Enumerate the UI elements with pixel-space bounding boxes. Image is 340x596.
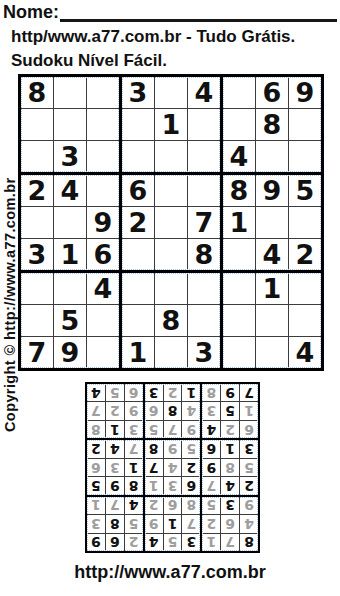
cell-r5c7: 1 (125, 459, 143, 476)
cell-r9c6[interactable]: 3 (188, 337, 220, 368)
cell-r6c4[interactable] (122, 239, 154, 270)
cell-r3c3[interactable] (87, 141, 119, 172)
cell-r1c4[interactable]: 3 (122, 77, 154, 108)
cell-r1c9: 9 (87, 534, 105, 551)
cell-r8c5: 8 (164, 402, 182, 419)
cell-r7c3: 4 (202, 421, 220, 438)
cell-r6c2[interactable]: 1 (54, 239, 86, 270)
cell-r1c7: 2 (125, 534, 143, 551)
cell-r4c7: 8 (125, 477, 143, 494)
cell-r4c5: 3 (164, 477, 182, 494)
sudoku-box-4: 247589316 (202, 440, 258, 494)
sudoku-box-6: 895136742 (87, 440, 143, 494)
cell-r3c5[interactable] (155, 141, 187, 172)
cell-r9c4: 1 (182, 384, 200, 401)
cell-r3c9: 1 (87, 497, 105, 514)
cell-r5c2[interactable] (54, 207, 86, 238)
cell-r5c8[interactable] (256, 207, 288, 238)
cell-r7c1[interactable] (21, 273, 53, 304)
cell-r1c3: 1 (202, 534, 220, 551)
cell-r8c2[interactable]: 5 (54, 305, 86, 336)
cell-r7c1: 6 (240, 421, 258, 438)
cell-r4c4[interactable]: 6 (122, 175, 154, 206)
cell-r3c1[interactable] (21, 141, 53, 172)
cell-r1c2: 7 (221, 534, 239, 551)
cell-r7c2: 2 (221, 421, 239, 438)
cell-r9c1: 7 (240, 384, 258, 401)
cell-r4c6: 1 (145, 477, 163, 494)
cell-r2c9: 3 (87, 515, 105, 532)
cell-r9c4[interactable]: 1 (122, 337, 154, 368)
cell-r3c2[interactable]: 3 (54, 141, 86, 172)
cell-r8c6: 6 (145, 402, 163, 419)
cell-r5c2: 8 (221, 459, 239, 476)
cell-r3c9[interactable] (289, 141, 321, 172)
cell-r7c9: 8 (87, 421, 105, 438)
cell-r7c4[interactable] (122, 273, 154, 304)
cell-r1c5[interactable] (155, 77, 187, 108)
sudoku-box-7: 4579 (21, 273, 119, 368)
cell-r4c3: 7 (202, 477, 220, 494)
cell-r2c2: 6 (221, 515, 239, 532)
cell-r8c4[interactable] (122, 305, 154, 336)
cell-r3c1: 9 (240, 497, 258, 514)
cell-r4c7[interactable]: 8 (223, 175, 255, 206)
cell-r9c1[interactable]: 7 (21, 337, 53, 368)
cell-r6c2: 1 (221, 440, 239, 457)
cell-r3c2: 3 (221, 497, 239, 514)
cell-r5c1: 5 (240, 459, 258, 476)
cell-r1c8: 6 (106, 534, 124, 551)
cell-r8c8[interactable] (256, 305, 288, 336)
cell-r1c5: 5 (164, 534, 182, 551)
sudoku-box-8: 813 (122, 273, 220, 368)
sudoku-box-4: 249316 (21, 175, 119, 270)
cell-r1c2[interactable] (54, 77, 86, 108)
cell-r2c1[interactable] (21, 109, 53, 140)
cell-r1c1: 8 (240, 534, 258, 551)
site-header-text: http/www.a77.com.br - Tudo Grátis. (11, 27, 295, 47)
sudoku-box-9: 14 (223, 273, 321, 368)
cell-r7c9[interactable] (289, 273, 321, 304)
cell-r2c4: 7 (182, 515, 200, 532)
cell-r1c4: 3 (182, 534, 200, 551)
sudoku-box-6: 895142 (223, 175, 321, 270)
sudoku-box-3: 269583471 (87, 497, 143, 551)
cell-r2c7[interactable] (223, 109, 255, 140)
cell-r6c8[interactable]: 4 (256, 239, 288, 270)
cell-r6c1: 3 (240, 440, 258, 457)
cell-r6c5[interactable] (155, 239, 187, 270)
cell-r2c1: 4 (240, 515, 258, 532)
cell-r4c4: 6 (182, 477, 200, 494)
cell-r2c8[interactable]: 8 (256, 109, 288, 140)
cell-r8c8: 2 (106, 402, 124, 419)
sudoku-box-1: 83 (21, 77, 119, 172)
cell-r7c8[interactable]: 1 (256, 273, 288, 304)
cell-r9c3[interactable] (87, 337, 119, 368)
cell-r1c6[interactable]: 4 (188, 77, 220, 108)
cell-r6c5: 9 (164, 440, 182, 457)
cell-r2c6[interactable] (188, 109, 220, 140)
cell-r1c7[interactable] (223, 77, 255, 108)
cell-r3c8: 7 (106, 497, 124, 514)
puzzle-grid: 8334169842493166278895142457981314 (18, 74, 324, 371)
cell-r3c6: 2 (145, 497, 163, 514)
cell-r6c4: 5 (182, 440, 200, 457)
cell-r9c2[interactable]: 9 (54, 337, 86, 368)
cell-r5c4[interactable]: 2 (122, 207, 154, 238)
cell-r8c1: 1 (240, 402, 258, 419)
cell-r8c9[interactable] (289, 305, 321, 336)
cell-r5c3: 9 (202, 459, 220, 476)
vertical-copyright-text: Copyright © http://www.a77.com.br (2, 92, 18, 432)
cell-r3c5: 6 (164, 497, 182, 514)
sudoku-worksheet-page: Nome: http/www.a77.com.br - Tudo Grátis.… (0, 0, 340, 596)
cell-r6c1[interactable]: 3 (21, 239, 53, 270)
cell-r6c9[interactable]: 2 (289, 239, 321, 270)
cell-r5c9[interactable] (289, 207, 321, 238)
cell-r5c3[interactable]: 9 (87, 207, 119, 238)
cell-r9c8[interactable] (256, 337, 288, 368)
cell-r9c9[interactable]: 4 (289, 337, 321, 368)
cell-r7c7[interactable] (223, 273, 255, 304)
cell-r7c6: 5 (145, 421, 163, 438)
cell-r8c5[interactable]: 8 (155, 305, 187, 336)
cell-r5c9: 6 (87, 459, 105, 476)
cell-r5c5[interactable] (155, 207, 187, 238)
cell-r4c9[interactable]: 5 (289, 175, 321, 206)
cell-r6c8: 4 (106, 440, 124, 457)
cell-r4c2: 4 (221, 477, 239, 494)
cell-r1c1[interactable]: 8 (21, 77, 53, 108)
cell-r4c1: 2 (240, 477, 258, 494)
cell-r2c4[interactable] (122, 109, 154, 140)
cell-r2c2[interactable] (54, 109, 86, 140)
cell-r6c7: 7 (125, 440, 143, 457)
cell-r5c5: 4 (164, 459, 182, 476)
name-row: Nome: (3, 2, 337, 24)
cell-r8c7: 9 (125, 402, 143, 419)
cell-r6c3[interactable]: 6 (87, 239, 119, 270)
cell-r5c4: 2 (182, 459, 200, 476)
cell-r5c6: 7 (145, 459, 163, 476)
cell-r2c5[interactable]: 1 (155, 109, 187, 140)
cell-r4c8[interactable]: 9 (256, 175, 288, 206)
cell-r8c7[interactable] (223, 305, 255, 336)
cell-r4c8: 9 (106, 477, 124, 494)
cell-r9c8: 5 (106, 384, 124, 401)
cell-r8c4: 4 (182, 402, 200, 419)
cell-r9c7: 6 (125, 384, 143, 401)
cell-r7c4: 9 (182, 421, 200, 438)
cell-r3c7: 4 (125, 497, 143, 514)
cell-r9c9: 4 (87, 384, 105, 401)
cell-r6c7[interactable] (223, 239, 255, 270)
sudoku-box-9: 318927654 (87, 384, 143, 438)
cell-r7c7: 3 (125, 421, 143, 438)
cell-r5c7[interactable]: 1 (223, 207, 255, 238)
cell-r6c3: 6 (202, 440, 220, 457)
sudoku-box-3: 6984 (223, 77, 321, 172)
cell-r9c7[interactable] (223, 337, 255, 368)
cell-r2c5: 1 (164, 515, 182, 532)
cell-r5c1[interactable] (21, 207, 53, 238)
cell-r8c2: 5 (221, 402, 239, 419)
cell-r7c8: 1 (106, 421, 124, 438)
cell-r9c5: 2 (164, 384, 182, 401)
cell-r3c7[interactable]: 4 (223, 141, 255, 172)
cell-r2c8: 8 (106, 515, 124, 532)
cell-r2c9[interactable] (289, 109, 321, 140)
sudoku-box-2: 341 (122, 77, 220, 172)
cell-r4c9: 5 (87, 477, 105, 494)
cell-r9c3: 8 (202, 384, 220, 401)
cell-r7c5: 7 (164, 421, 182, 438)
cell-r7c2[interactable] (54, 273, 86, 304)
name-write-in-line[interactable] (60, 5, 337, 22)
cell-r3c4: 8 (182, 497, 200, 514)
cell-r3c8[interactable] (256, 141, 288, 172)
name-label: Nome: (3, 2, 59, 22)
cell-r7c6[interactable] (188, 273, 220, 304)
cell-r9c5[interactable] (155, 337, 187, 368)
sudoku-box-8: 975486123 (145, 384, 201, 438)
cell-r2c3: 2 (202, 515, 220, 532)
cell-r8c1[interactable] (21, 305, 53, 336)
cell-r3c3: 5 (202, 497, 220, 514)
cell-r6c6[interactable]: 8 (188, 239, 220, 270)
cell-r2c3[interactable] (87, 109, 119, 140)
cell-r4c3[interactable] (87, 175, 119, 206)
cell-r3c4[interactable] (122, 141, 154, 172)
difficulty-header-text: Sudoku Nível Fácil. (11, 51, 167, 71)
cell-r2c7: 5 (125, 515, 143, 532)
footer-url-text: http://www.a77.com.br (0, 562, 340, 583)
cell-r1c9[interactable]: 9 (289, 77, 321, 108)
cell-r3c6[interactable] (188, 141, 220, 172)
cell-r4c6[interactable] (188, 175, 220, 206)
cell-r4c5[interactable] (155, 175, 187, 206)
sudoku-box-5: 6278 (122, 175, 220, 270)
cell-r9c6: 3 (145, 384, 163, 401)
answer-grid-rotated-180: 8714629353547198622695834712475893166312… (85, 382, 260, 553)
cell-r2c6: 9 (145, 515, 163, 532)
cell-r6c9: 2 (87, 440, 105, 457)
cell-r8c6[interactable] (188, 305, 220, 336)
cell-r7c3[interactable]: 4 (87, 273, 119, 304)
cell-r1c6: 4 (145, 534, 163, 551)
cell-r9c2: 9 (221, 384, 239, 401)
cell-r4c2[interactable]: 4 (54, 175, 86, 206)
cell-r8c9: 7 (87, 402, 105, 419)
sudoku-box-7: 624153798 (202, 384, 258, 438)
cell-r8c3: 3 (202, 402, 220, 419)
cell-r8c3[interactable] (87, 305, 119, 336)
cell-r5c6[interactable]: 7 (188, 207, 220, 238)
sudoku-box-2: 354719862 (145, 497, 201, 551)
cell-r4c1[interactable]: 2 (21, 175, 53, 206)
sudoku-box-5: 631247598 (145, 440, 201, 494)
cell-r7c5[interactable] (155, 273, 187, 304)
cell-r6c6: 8 (145, 440, 163, 457)
sudoku-box-1: 871462935 (202, 497, 258, 551)
cell-r1c8[interactable]: 6 (256, 77, 288, 108)
cell-r1c3[interactable] (87, 77, 119, 108)
cell-r5c8: 3 (106, 459, 124, 476)
